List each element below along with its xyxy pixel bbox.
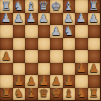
square-d2[interactable]: ♟ xyxy=(38,75,51,88)
square-a8[interactable]: ♜ xyxy=(0,0,13,13)
square-f1[interactable]: ♝ xyxy=(63,88,76,101)
square-c4[interactable] xyxy=(25,50,38,63)
black-rook-icon[interactable]: ♜ xyxy=(89,0,99,12)
square-e7[interactable] xyxy=(50,13,63,26)
square-b6[interactable] xyxy=(13,25,26,38)
square-b5[interactable] xyxy=(13,38,26,51)
square-a7[interactable]: ♟ xyxy=(0,13,13,26)
black-pawn-icon[interactable]: ♟ xyxy=(1,13,11,25)
square-b1[interactable]: ♞ xyxy=(13,88,26,101)
square-d5[interactable] xyxy=(38,38,51,51)
square-b3[interactable] xyxy=(13,63,26,76)
square-f2[interactable]: ♟ xyxy=(63,75,76,88)
square-g3[interactable]: ♟ xyxy=(75,63,88,76)
square-e2[interactable]: ♟ xyxy=(50,75,63,88)
black-pawn-icon[interactable]: ♟ xyxy=(39,13,49,25)
square-a6[interactable] xyxy=(0,25,13,38)
black-pawn-icon[interactable]: ♟ xyxy=(26,13,36,25)
white-bishop-icon[interactable]: ♝ xyxy=(64,88,74,100)
square-c6[interactable] xyxy=(25,25,38,38)
square-b7[interactable]: ♟ xyxy=(13,13,26,26)
black-pawn-icon[interactable]: ♟ xyxy=(64,13,74,25)
square-f6[interactable]: ♞ xyxy=(63,25,76,38)
black-pawn-icon[interactable]: ♟ xyxy=(14,13,24,25)
square-g5[interactable] xyxy=(75,38,88,51)
white-knight-icon[interactable]: ♞ xyxy=(76,88,86,100)
white-pawn-icon[interactable]: ♟ xyxy=(51,75,61,87)
square-h2[interactable] xyxy=(88,75,101,88)
white-pawn-icon[interactable]: ♟ xyxy=(89,63,99,75)
square-e8[interactable]: ♚ xyxy=(50,0,63,13)
chess-board: ♜♞♝♛♚♝♜♟♟♟♟♟♟♟♟♞♟♟♟♟♟♟♟♟♜♞♝♛♚♝♞♜ xyxy=(0,0,100,100)
square-d8[interactable]: ♛ xyxy=(38,0,51,13)
square-g8[interactable] xyxy=(75,0,88,13)
square-a5[interactable] xyxy=(0,38,13,51)
square-h8[interactable]: ♜ xyxy=(88,0,101,13)
square-c1[interactable]: ♝ xyxy=(25,88,38,101)
white-pawn-icon[interactable]: ♟ xyxy=(64,75,74,87)
square-g4[interactable] xyxy=(75,50,88,63)
black-knight-icon[interactable]: ♞ xyxy=(14,0,24,12)
black-pawn-icon[interactable]: ♟ xyxy=(51,25,61,37)
black-bishop-icon[interactable]: ♝ xyxy=(64,0,74,12)
square-a2[interactable] xyxy=(0,75,13,88)
white-pawn-icon[interactable]: ♟ xyxy=(76,63,86,75)
white-knight-icon[interactable]: ♞ xyxy=(14,88,24,100)
square-f3[interactable] xyxy=(63,63,76,76)
white-pawn-icon[interactable]: ♟ xyxy=(1,50,11,62)
square-h5[interactable] xyxy=(88,38,101,51)
black-knight-icon[interactable]: ♞ xyxy=(64,25,74,37)
black-rook-icon[interactable]: ♜ xyxy=(1,0,11,12)
square-h4[interactable] xyxy=(88,50,101,63)
square-g7[interactable]: ♟ xyxy=(75,13,88,26)
white-pawn-icon[interactable]: ♟ xyxy=(26,75,36,87)
square-b4[interactable] xyxy=(13,50,26,63)
square-e4[interactable] xyxy=(50,50,63,63)
square-h7[interactable]: ♟ xyxy=(88,13,101,26)
square-e6[interactable]: ♟ xyxy=(50,25,63,38)
black-pawn-icon[interactable]: ♟ xyxy=(89,13,99,25)
black-bishop-icon[interactable]: ♝ xyxy=(26,0,36,12)
black-king-icon[interactable]: ♚ xyxy=(51,0,61,12)
square-f8[interactable]: ♝ xyxy=(63,0,76,13)
white-pawn-icon[interactable]: ♟ xyxy=(14,75,24,87)
square-d6[interactable] xyxy=(38,25,51,38)
white-rook-icon[interactable]: ♜ xyxy=(89,88,99,100)
square-c3[interactable] xyxy=(25,63,38,76)
black-pawn-icon[interactable]: ♟ xyxy=(76,13,86,25)
square-e5[interactable] xyxy=(50,38,63,51)
square-c7[interactable]: ♟ xyxy=(25,13,38,26)
square-f7[interactable]: ♟ xyxy=(63,13,76,26)
square-e1[interactable]: ♚ xyxy=(50,88,63,101)
square-c8[interactable]: ♝ xyxy=(25,0,38,13)
square-a3[interactable] xyxy=(0,63,13,76)
white-queen-icon[interactable]: ♛ xyxy=(39,88,49,100)
square-d3[interactable] xyxy=(38,63,51,76)
square-a1[interactable]: ♜ xyxy=(0,88,13,101)
square-h1[interactable]: ♜ xyxy=(88,88,101,101)
white-rook-icon[interactable]: ♜ xyxy=(1,88,11,100)
square-f5[interactable] xyxy=(63,38,76,51)
black-queen-icon[interactable]: ♛ xyxy=(39,0,49,12)
white-bishop-icon[interactable]: ♝ xyxy=(26,88,36,100)
square-d1[interactable]: ♛ xyxy=(38,88,51,101)
square-h3[interactable]: ♟ xyxy=(88,63,101,76)
square-g2[interactable] xyxy=(75,75,88,88)
square-g6[interactable] xyxy=(75,25,88,38)
white-pawn-icon[interactable]: ♟ xyxy=(39,75,49,87)
square-d7[interactable]: ♟ xyxy=(38,13,51,26)
square-b2[interactable]: ♟ xyxy=(13,75,26,88)
square-g1[interactable]: ♞ xyxy=(75,88,88,101)
square-d4[interactable] xyxy=(38,50,51,63)
square-e3[interactable] xyxy=(50,63,63,76)
square-a4[interactable]: ♟ xyxy=(0,50,13,63)
square-b8[interactable]: ♞ xyxy=(13,0,26,13)
square-h6[interactable] xyxy=(88,25,101,38)
square-c2[interactable]: ♟ xyxy=(25,75,38,88)
square-c5[interactable] xyxy=(25,38,38,51)
white-king-icon[interactable]: ♚ xyxy=(51,88,61,100)
square-f4[interactable] xyxy=(63,50,76,63)
